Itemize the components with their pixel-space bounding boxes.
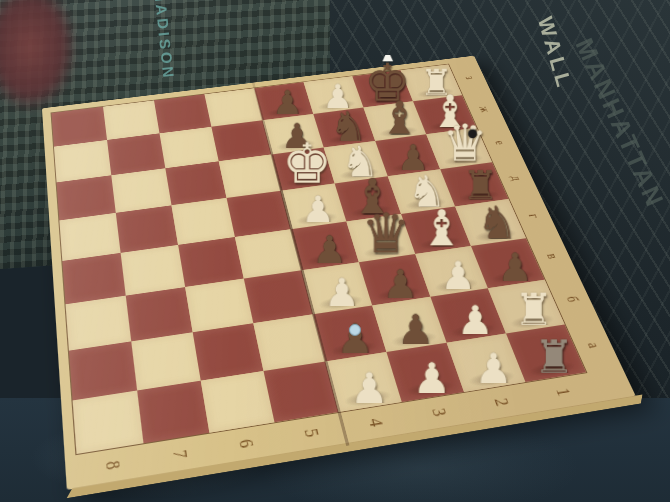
maroon-print-patch [0, 0, 77, 112]
square-c8[interactable] [66, 296, 132, 351]
piece-dark-rook-a1[interactable]: ♜ [523, 315, 586, 378]
square-h6[interactable] [154, 94, 211, 133]
square-c6[interactable] [185, 279, 253, 333]
piece-white-pawn-a4[interactable]: ♟ [337, 343, 402, 408]
print-text-manhattan: MANHATTAN [570, 34, 670, 213]
square-a8[interactable] [73, 390, 144, 454]
square-e8[interactable] [59, 213, 120, 261]
piece-white-pawn-a3[interactable]: ♟ [400, 334, 464, 398]
print-text-wall: WALL [533, 14, 577, 93]
pawn-glyph: ♟ [412, 359, 450, 398]
square-d5[interactable] [235, 229, 302, 278]
pawn-glyph: ♟ [474, 350, 512, 388]
paper-crown-marker [382, 50, 393, 62]
chess-board-wrap: ♟♟♚♜♟♞♝♝♚♞♟♛♟♝♞♜♟♛♝♞♟♟♟♟♟♟♟♜♟♟♟♜ 8765432… [42, 56, 636, 490]
rook-glyph: ♜ [534, 337, 575, 378]
photo-of-chess-board: { "game": "chess", "scene_description": … [0, 0, 670, 502]
blue-dot-marker [349, 324, 361, 336]
piece-white-pawn-a2[interactable]: ♟ [461, 324, 525, 388]
square-e6[interactable] [172, 198, 235, 245]
print-text-madison: MADISON [151, 0, 178, 81]
square-d6[interactable] [178, 237, 244, 287]
square-c7[interactable] [126, 287, 193, 341]
square-d8[interactable] [62, 253, 125, 304]
chess-board[interactable]: ♟♟♚♜♟♞♝♝♚♞♟♛♟♝♞♜♟♛♝♞♟♟♟♟♟♟♟♜♟♟♟♜ 8765432… [42, 56, 636, 490]
pawn-glyph: ♟ [350, 369, 389, 408]
square-d7[interactable] [121, 245, 186, 296]
